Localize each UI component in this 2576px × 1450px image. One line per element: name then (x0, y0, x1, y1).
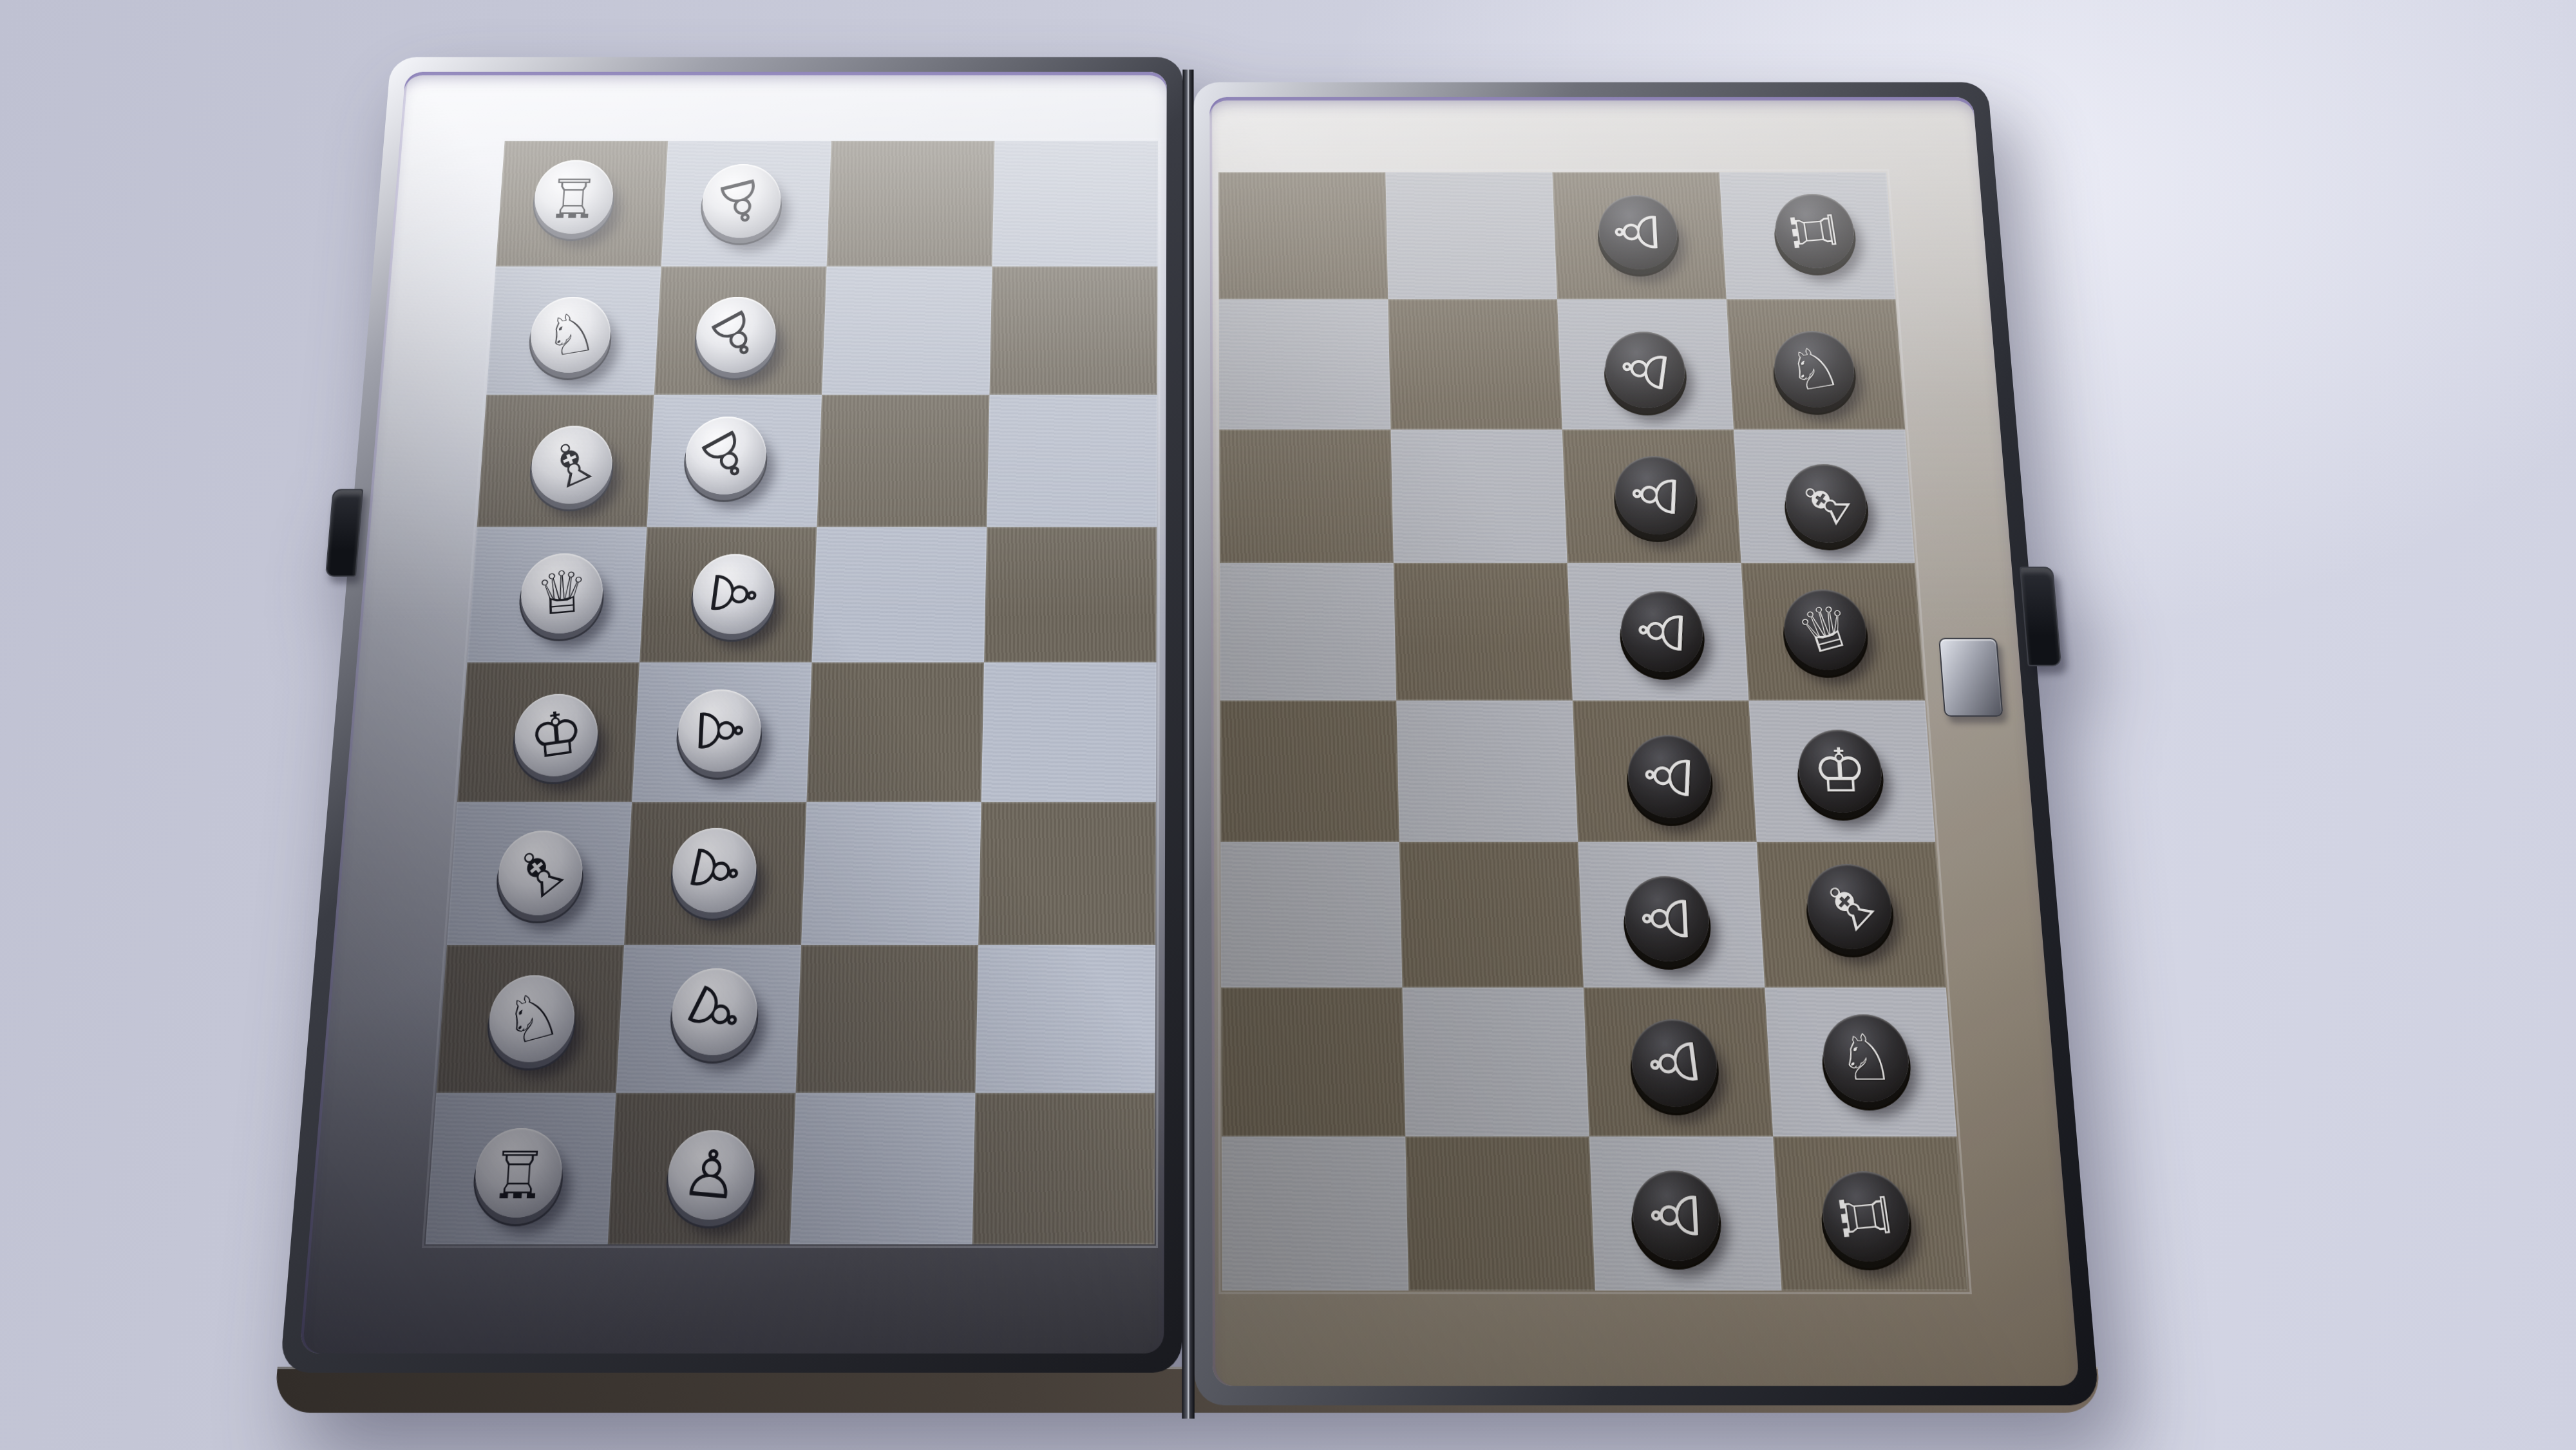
piece-glyph: ♖ (1831, 1184, 1902, 1248)
square-g3[interactable] (796, 945, 979, 1093)
square-b4[interactable] (989, 266, 1157, 395)
photo-background: { "game": "chess", "scene": "folding-mag… (0, 0, 2576, 1450)
square-b6[interactable] (1388, 299, 1562, 429)
piece-glyph: ♔ (527, 701, 586, 768)
piece-glyph: ♙ (1640, 1031, 1709, 1095)
metal-plate-right: ♙♙♙♙♙♙♙♙♖♘♗♕♔♗♘♖ (1209, 97, 2079, 1386)
piece-glyph: ♘ (1836, 1026, 1896, 1090)
square-h6[interactable] (1405, 1136, 1595, 1290)
piece-glyph: ♙ (679, 838, 750, 903)
square-a6[interactable] (1385, 173, 1557, 299)
hinge (1182, 70, 1195, 1418)
square-e6[interactable] (1396, 701, 1578, 842)
piece-glyph: ♕ (1790, 594, 1860, 665)
clasp-left[interactable] (325, 489, 363, 576)
piece-glyph: ♙ (1638, 747, 1700, 806)
piece-glyph: ♗ (1787, 466, 1865, 541)
chessboard-right-half (1218, 173, 1968, 1291)
square-e3[interactable] (806, 663, 984, 802)
square-d4[interactable] (984, 527, 1157, 663)
black-pawn-g7[interactable]: ♙ (1630, 1019, 1719, 1107)
square-c6[interactable] (1391, 429, 1567, 563)
square-e4[interactable] (981, 663, 1157, 802)
clasp-right[interactable] (2020, 567, 2061, 666)
chess-case: ♖♘♗♕♔♗♘♖♙♙♙♙♙♙♙♙ ♙♙♙♙♙♙♙♙♖♘♗♕♔♗♘♖ (279, 57, 2095, 1373)
square-f3[interactable] (801, 802, 981, 945)
piece-glyph: ♙ (688, 703, 750, 757)
square-e5[interactable] (1220, 701, 1399, 842)
piece-glyph: ♗ (536, 428, 607, 502)
board-half-left: ♖♘♗♕♔♗♘♖♙♙♙♙♙♙♙♙ (279, 57, 1182, 1373)
square-c3[interactable] (817, 395, 989, 527)
piece-glyph: ♙ (1634, 891, 1698, 947)
chessboard-left-half (426, 141, 1158, 1245)
square-c4[interactable] (987, 395, 1157, 527)
square-d5[interactable] (1220, 563, 1396, 700)
piece-glyph: ♗ (500, 831, 581, 914)
piece-glyph: ♙ (679, 1140, 743, 1210)
square-h5[interactable] (1222, 1136, 1408, 1290)
board-half-right: ♙♙♙♙♙♙♙♙♖♘♗♕♔♗♘♖ (1194, 82, 2099, 1406)
white-knight-b1[interactable]: ♘ (529, 297, 613, 373)
square-d3[interactable] (812, 527, 987, 663)
square-b3[interactable] (822, 266, 992, 395)
piece-glyph: ♙ (710, 169, 773, 233)
piece-glyph: ♘ (1782, 337, 1846, 401)
white-pawn-d2[interactable]: ♙ (691, 554, 776, 634)
piece-glyph: ♖ (1783, 205, 1847, 258)
piece-glyph: ♙ (1613, 340, 1678, 399)
piece-glyph: ♙ (1625, 467, 1686, 523)
piece-glyph: ♖ (488, 1140, 549, 1205)
square-h3[interactable] (790, 1093, 976, 1245)
clasp-hook[interactable] (1938, 638, 2003, 717)
piece-glyph: ♙ (1643, 1186, 1709, 1245)
metal-plate-left: ♖♘♗♕♔♗♘♖♙♙♙♙♙♙♙♙ (299, 72, 1167, 1353)
piece-glyph: ♙ (699, 298, 772, 371)
square-g6[interactable] (1402, 987, 1589, 1136)
piece-glyph: ♙ (674, 972, 755, 1051)
piece-glyph: ♙ (689, 419, 762, 493)
square-c5[interactable] (1219, 429, 1394, 563)
square-d6[interactable] (1394, 563, 1573, 700)
square-h4[interactable] (972, 1093, 1155, 1245)
piece-glyph: ♘ (498, 981, 565, 1057)
piece-glyph: ♘ (542, 303, 600, 366)
square-f5[interactable] (1220, 842, 1402, 987)
piece-glyph: ♙ (1631, 603, 1693, 661)
square-a4[interactable] (992, 141, 1159, 266)
square-f6[interactable] (1399, 842, 1584, 987)
square-b5[interactable] (1219, 299, 1391, 429)
square-f4[interactable] (978, 802, 1156, 945)
piece-glyph: ♙ (1608, 208, 1667, 257)
piece-glyph: ♕ (535, 562, 589, 625)
square-g4[interactable] (975, 945, 1155, 1093)
piece-glyph: ♙ (700, 565, 766, 623)
piece-glyph: ♗ (1808, 865, 1891, 948)
square-a5[interactable] (1218, 173, 1388, 299)
square-a3[interactable] (827, 141, 995, 266)
square-g5[interactable] (1221, 987, 1405, 1136)
piece-glyph: ♖ (546, 170, 601, 224)
piece-glyph: ♔ (1811, 741, 1869, 802)
